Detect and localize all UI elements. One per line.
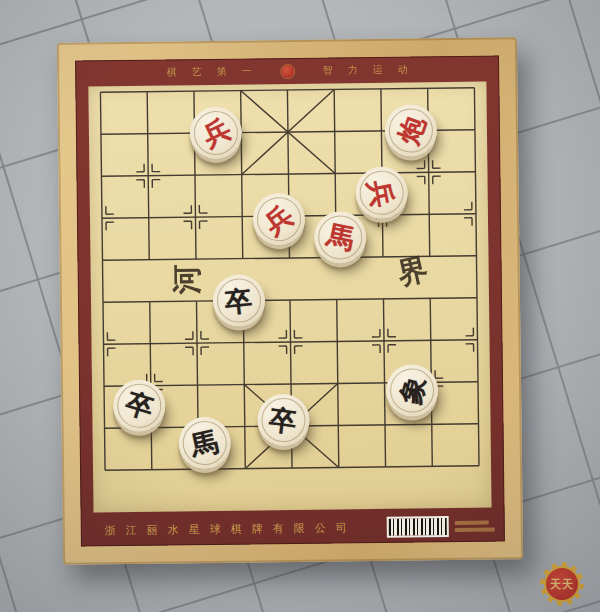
photo-vignette (0, 0, 600, 612)
photo-scene: 棋艺第一 智力运动 河界 兵炮兵兵馬卒卒象卒馬 浙江丽水星球棋牌有限公司 天天 (0, 0, 600, 612)
